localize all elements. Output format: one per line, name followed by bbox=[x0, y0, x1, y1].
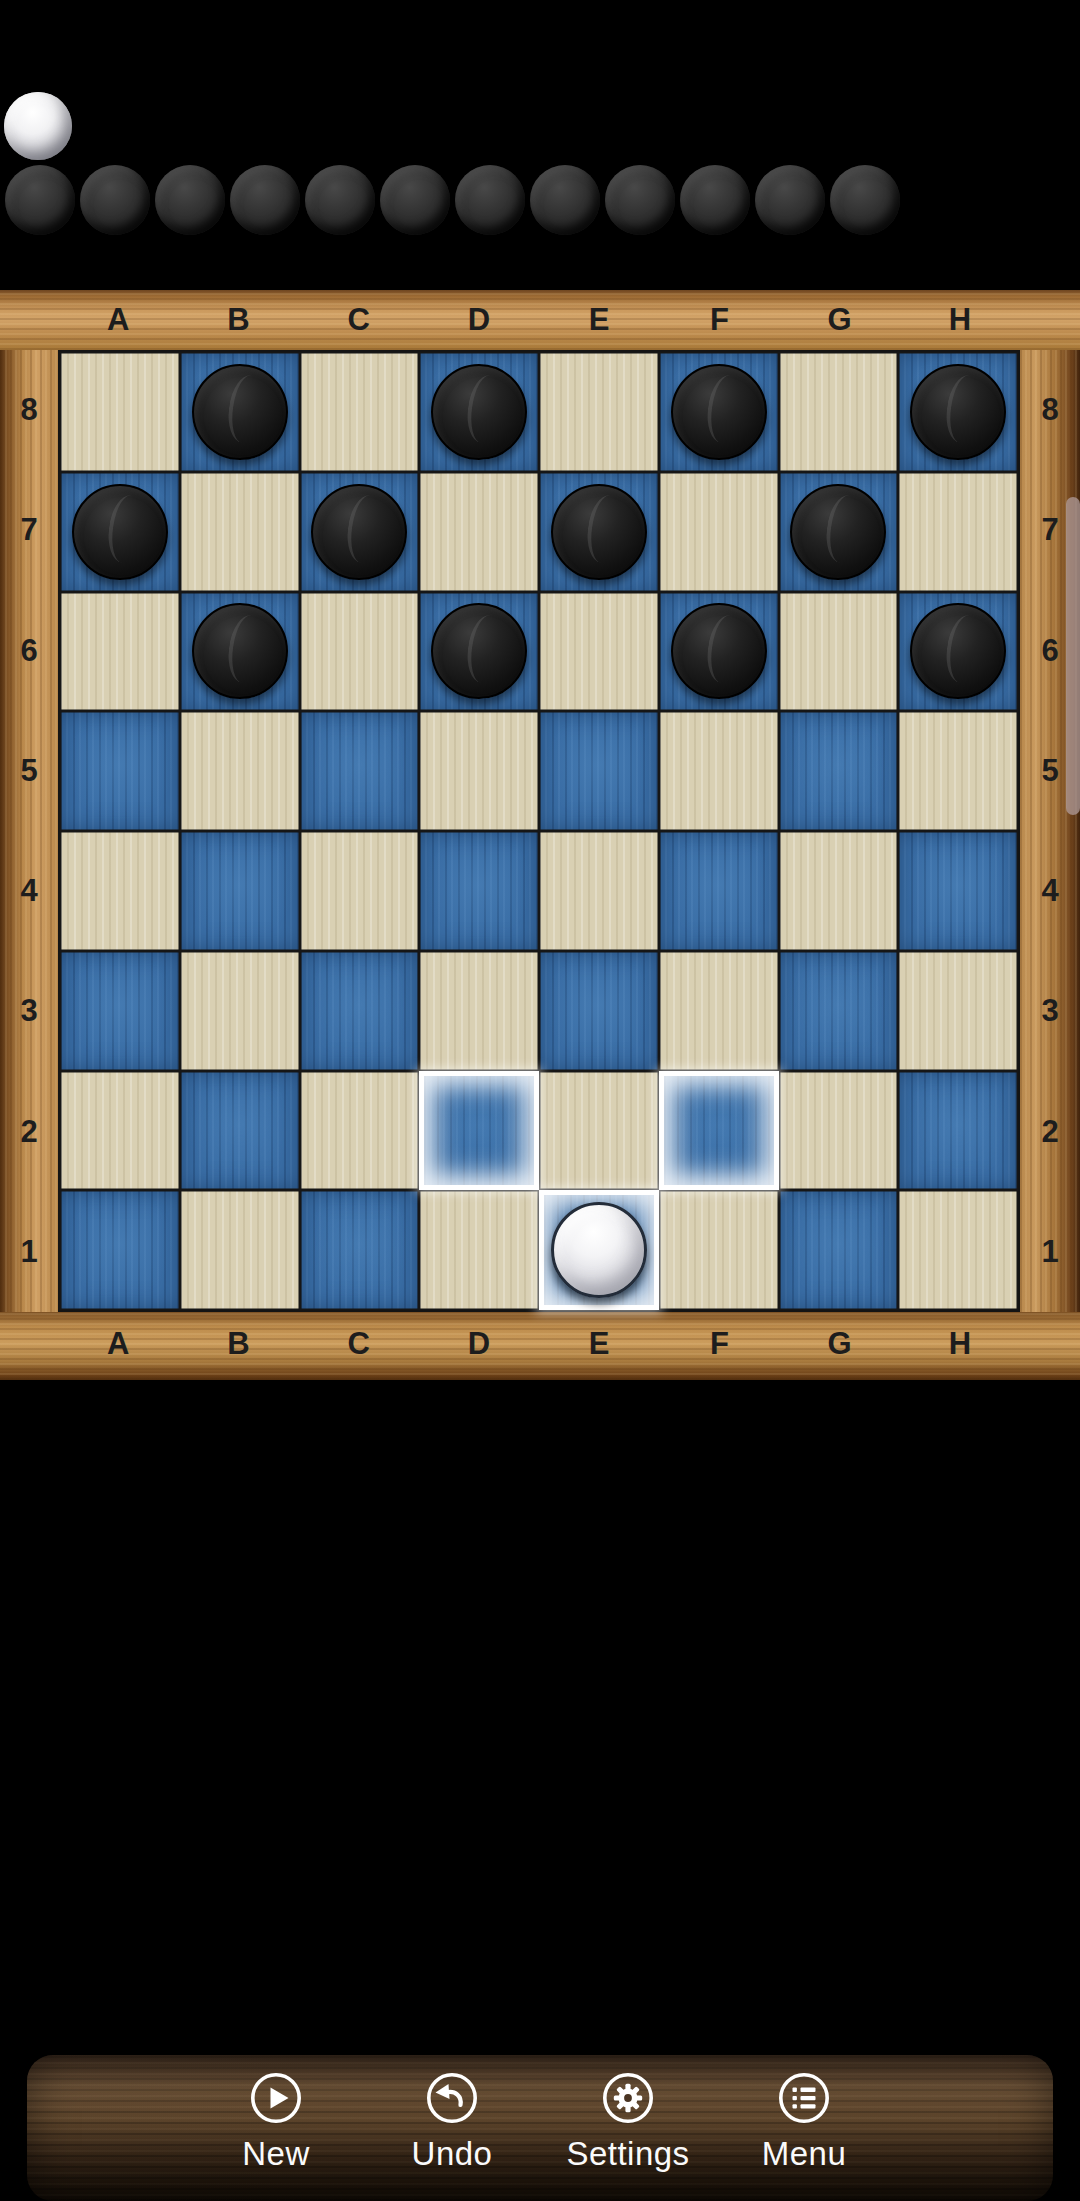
square-b3[interactable] bbox=[180, 951, 300, 1071]
square-d7[interactable] bbox=[419, 472, 539, 592]
file-label-d: D bbox=[419, 290, 539, 350]
file-label-d: D bbox=[419, 1312, 539, 1376]
square-h2[interactable] bbox=[898, 1071, 1018, 1191]
square-b6[interactable] bbox=[180, 592, 300, 712]
square-g3[interactable] bbox=[779, 951, 899, 1071]
square-f5[interactable] bbox=[659, 711, 779, 831]
square-b1[interactable] bbox=[180, 1190, 300, 1310]
checkers-board: ABCDEFGH ABCDEFGH 87654321 87654321 bbox=[0, 290, 1080, 1380]
file-label-g: G bbox=[780, 290, 900, 350]
square-g2[interactable] bbox=[779, 1071, 899, 1191]
square-c2[interactable] bbox=[300, 1071, 420, 1191]
square-d2[interactable] bbox=[419, 1071, 539, 1191]
square-f3[interactable] bbox=[659, 951, 779, 1071]
rank-label-3: 3 bbox=[1020, 951, 1080, 1071]
square-a7[interactable] bbox=[60, 472, 180, 592]
white-pieces-tray bbox=[4, 92, 72, 160]
file-label-a: A bbox=[58, 290, 178, 350]
square-b4[interactable] bbox=[180, 831, 300, 951]
tray-black-piece bbox=[80, 165, 150, 235]
file-label-c: C bbox=[299, 290, 419, 350]
black-man-b6[interactable] bbox=[192, 603, 288, 699]
square-h8[interactable] bbox=[898, 352, 1018, 472]
board-grid bbox=[58, 350, 1020, 1312]
square-g1[interactable] bbox=[779, 1190, 899, 1310]
settings-button[interactable]: Settings bbox=[553, 2055, 703, 2201]
gear-icon bbox=[601, 2071, 655, 2125]
square-a4[interactable] bbox=[60, 831, 180, 951]
square-a3[interactable] bbox=[60, 951, 180, 1071]
square-h1[interactable] bbox=[898, 1190, 1018, 1310]
square-f1[interactable] bbox=[659, 1190, 779, 1310]
square-d8[interactable] bbox=[419, 352, 539, 472]
file-label-h: H bbox=[900, 1312, 1020, 1376]
file-label-e: E bbox=[539, 290, 659, 350]
black-man-g7[interactable] bbox=[790, 484, 886, 580]
tray-black-piece bbox=[755, 165, 825, 235]
square-c7[interactable] bbox=[300, 472, 420, 592]
rank-label-4: 4 bbox=[0, 831, 58, 951]
file-label-a: A bbox=[58, 1312, 178, 1376]
tray-black-piece bbox=[455, 165, 525, 235]
square-g8[interactable] bbox=[779, 352, 899, 472]
undo-button[interactable]: Undo bbox=[377, 2055, 527, 2201]
black-man-c7[interactable] bbox=[311, 484, 407, 580]
rank-label-7: 7 bbox=[0, 470, 58, 590]
black-man-a7[interactable] bbox=[72, 484, 168, 580]
black-man-h8[interactable] bbox=[910, 364, 1006, 460]
rank-label-8: 8 bbox=[1020, 350, 1080, 470]
file-label-c: C bbox=[299, 1312, 419, 1376]
white-man-e1[interactable] bbox=[551, 1202, 647, 1298]
square-d4[interactable] bbox=[419, 831, 539, 951]
black-man-b8[interactable] bbox=[192, 364, 288, 460]
black-man-d8[interactable] bbox=[431, 364, 527, 460]
tray-black-piece bbox=[5, 165, 75, 235]
file-label-b: B bbox=[178, 1312, 298, 1376]
undo-icon bbox=[425, 2071, 479, 2125]
new-button[interactable]: New bbox=[201, 2055, 351, 2201]
tray-black-piece bbox=[530, 165, 600, 235]
file-label-e: E bbox=[539, 1312, 659, 1376]
square-g5[interactable] bbox=[779, 711, 899, 831]
square-b2[interactable] bbox=[180, 1071, 300, 1191]
black-pieces-tray bbox=[5, 165, 900, 235]
menu-button-label: Menu bbox=[762, 2135, 847, 2173]
square-e1[interactable] bbox=[539, 1190, 659, 1310]
menu-list-icon bbox=[777, 2071, 831, 2125]
square-b7[interactable] bbox=[180, 472, 300, 592]
tray-black-piece bbox=[155, 165, 225, 235]
tray-black-piece bbox=[830, 165, 900, 235]
black-man-f6[interactable] bbox=[671, 603, 767, 699]
square-f4[interactable] bbox=[659, 831, 779, 951]
square-a1[interactable] bbox=[60, 1190, 180, 1310]
square-d1[interactable] bbox=[419, 1190, 539, 1310]
scrollbar-thumb[interactable] bbox=[1066, 497, 1080, 815]
square-b5[interactable] bbox=[180, 711, 300, 831]
square-a8[interactable] bbox=[60, 352, 180, 472]
square-f7[interactable] bbox=[659, 472, 779, 592]
undo-button-label: Undo bbox=[412, 2135, 493, 2173]
tray-black-piece bbox=[605, 165, 675, 235]
square-a5[interactable] bbox=[60, 711, 180, 831]
square-h6[interactable] bbox=[898, 592, 1018, 712]
square-e4[interactable] bbox=[539, 831, 659, 951]
tray-white-piece bbox=[4, 92, 72, 160]
file-label-f: F bbox=[659, 1312, 779, 1376]
tray-black-piece bbox=[305, 165, 375, 235]
square-f6[interactable] bbox=[659, 592, 779, 712]
new-button-label: New bbox=[242, 2135, 310, 2173]
square-c4[interactable] bbox=[300, 831, 420, 951]
square-a2[interactable] bbox=[60, 1071, 180, 1191]
square-g6[interactable] bbox=[779, 592, 899, 712]
square-f8[interactable] bbox=[659, 352, 779, 472]
file-labels-bottom: ABCDEFGH bbox=[58, 1312, 1020, 1376]
square-g7[interactable] bbox=[779, 472, 899, 592]
square-e6[interactable] bbox=[539, 592, 659, 712]
square-h3[interactable] bbox=[898, 951, 1018, 1071]
square-e8[interactable] bbox=[539, 352, 659, 472]
rank-label-6: 6 bbox=[0, 591, 58, 711]
square-d5[interactable] bbox=[419, 711, 539, 831]
square-h7[interactable] bbox=[898, 472, 1018, 592]
file-labels-top: ABCDEFGH bbox=[58, 290, 1020, 350]
rank-labels-right: 87654321 bbox=[1020, 350, 1080, 1312]
rank-label-8: 8 bbox=[0, 350, 58, 470]
rank-labels-left: 87654321 bbox=[0, 350, 58, 1312]
rank-label-5: 5 bbox=[0, 711, 58, 831]
square-c1[interactable] bbox=[300, 1190, 420, 1310]
square-g4[interactable] bbox=[779, 831, 899, 951]
menu-button[interactable]: Menu bbox=[729, 2055, 879, 2201]
tray-black-piece bbox=[680, 165, 750, 235]
rank-label-2: 2 bbox=[1020, 1072, 1080, 1192]
rank-label-1: 1 bbox=[0, 1192, 58, 1312]
black-man-e7[interactable] bbox=[551, 484, 647, 580]
square-c6[interactable] bbox=[300, 592, 420, 712]
square-f2[interactable] bbox=[659, 1071, 779, 1191]
tray-black-piece bbox=[380, 165, 450, 235]
black-man-h6[interactable] bbox=[910, 603, 1006, 699]
rank-label-3: 3 bbox=[0, 951, 58, 1071]
square-c3[interactable] bbox=[300, 951, 420, 1071]
rank-label-1: 1 bbox=[1020, 1192, 1080, 1312]
square-c8[interactable] bbox=[300, 352, 420, 472]
square-a6[interactable] bbox=[60, 592, 180, 712]
bottom-toolbar: New Undo bbox=[27, 2055, 1053, 2201]
square-e7[interactable] bbox=[539, 472, 659, 592]
square-h4[interactable] bbox=[898, 831, 1018, 951]
checkers-app-screen: ABCDEFGH ABCDEFGH 87654321 87654321 New … bbox=[0, 0, 1080, 2201]
play-icon bbox=[249, 2071, 303, 2125]
file-label-f: F bbox=[659, 290, 779, 350]
file-label-h: H bbox=[900, 290, 1020, 350]
square-e2[interactable] bbox=[539, 1071, 659, 1191]
square-b8[interactable] bbox=[180, 352, 300, 472]
file-label-b: B bbox=[178, 290, 298, 350]
file-label-g: G bbox=[780, 1312, 900, 1376]
square-e5[interactable] bbox=[539, 711, 659, 831]
settings-button-label: Settings bbox=[566, 2135, 689, 2173]
square-c5[interactable] bbox=[300, 711, 420, 831]
black-man-f8[interactable] bbox=[671, 364, 767, 460]
black-man-d6[interactable] bbox=[431, 603, 527, 699]
square-e3[interactable] bbox=[539, 951, 659, 1071]
rank-label-4: 4 bbox=[1020, 831, 1080, 951]
rank-label-2: 2 bbox=[0, 1072, 58, 1192]
tray-black-piece bbox=[230, 165, 300, 235]
square-h5[interactable] bbox=[898, 711, 1018, 831]
square-d3[interactable] bbox=[419, 951, 539, 1071]
square-d6[interactable] bbox=[419, 592, 539, 712]
